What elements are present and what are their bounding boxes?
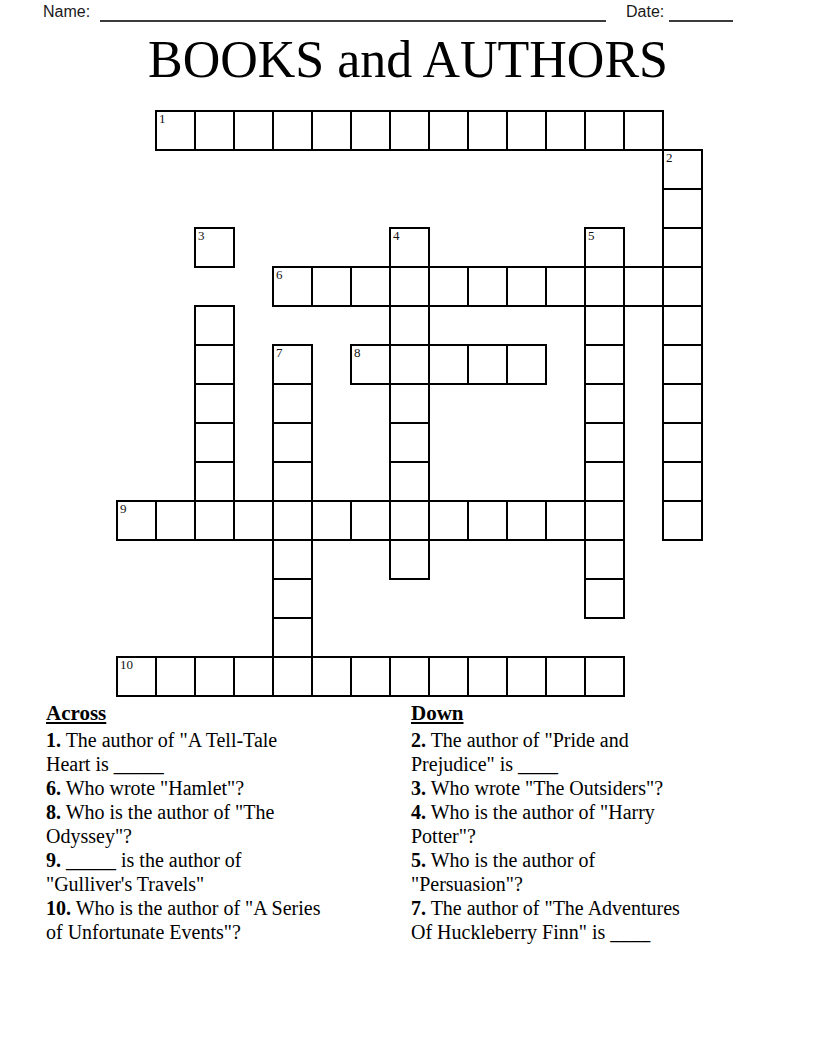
clue-down-7: 7. The author of "The Adventures Of Huck… — [411, 896, 773, 944]
grid-cell-r6c9[interactable] — [467, 344, 508, 385]
clue-number: 4. — [411, 801, 426, 823]
grid-cell-r14c6[interactable] — [350, 656, 391, 697]
grid-cell-r0c13[interactable] — [623, 110, 664, 151]
clue-text: Who is the author of "Harry Potter"? — [411, 801, 655, 847]
grid-cell-r0c1[interactable]: 1 — [155, 110, 196, 151]
grid-cell-r0c9[interactable] — [467, 110, 508, 151]
grid-cell-r8c12[interactable] — [584, 422, 625, 463]
clue-text: _____ is the author of "Gulliver's Trave… — [46, 849, 242, 895]
grid-cell-r11c12[interactable] — [584, 539, 625, 580]
clue-number: 3. — [411, 777, 426, 799]
clue-text: Who wrote "Hamlet"? — [66, 777, 245, 799]
grid-cell-r6c4[interactable]: 7 — [272, 344, 313, 385]
grid-cell-r8c2[interactable] — [194, 422, 235, 463]
across-heading: Across — [46, 701, 408, 725]
grid-cell-r2c14[interactable] — [662, 188, 703, 229]
cell-number-7: 7 — [276, 346, 283, 360]
clue-text: Who is the author of "Persuasion"? — [411, 849, 595, 895]
grid-cell-r4c7[interactable] — [389, 266, 430, 307]
clue-number: 10. — [46, 897, 71, 919]
clue-number: 2. — [411, 729, 426, 751]
clue-down-5: 5. Who is the author of "Persuasion"? — [411, 848, 773, 896]
page-title: BOOKS and AUTHORS — [0, 30, 816, 89]
grid-cell-r5c2[interactable] — [194, 305, 235, 346]
grid-cell-r14c1[interactable] — [155, 656, 196, 697]
grid-cell-r0c4[interactable] — [272, 110, 313, 151]
grid-cell-r0c6[interactable] — [350, 110, 391, 151]
grid-cell-r3c12[interactable]: 5 — [584, 227, 625, 268]
grid-cell-r4c11[interactable] — [545, 266, 586, 307]
grid-cell-r5c7[interactable] — [389, 305, 430, 346]
down-heading: Down — [411, 701, 773, 725]
grid-cell-r1c14[interactable]: 2 — [662, 149, 703, 190]
grid-cell-r5c14[interactable] — [662, 305, 703, 346]
grid-cell-r13c4[interactable] — [272, 617, 313, 658]
clue-down-3: 3. Who wrote "The Outsiders"? — [411, 776, 773, 800]
clue-across-10: 10. Who is the author of "A Series of Un… — [46, 896, 408, 944]
grid-cell-r4c4[interactable]: 6 — [272, 266, 313, 307]
grid-cell-r8c4[interactable] — [272, 422, 313, 463]
cell-number-2: 2 — [666, 151, 673, 165]
grid-cell-r0c8[interactable] — [428, 110, 469, 151]
grid-cell-r0c11[interactable] — [545, 110, 586, 151]
grid-cell-r7c7[interactable] — [389, 383, 430, 424]
grid-cell-r7c12[interactable] — [584, 383, 625, 424]
cell-number-5: 5 — [588, 229, 595, 243]
clue-text: Who is the author of "The Odyssey"? — [46, 801, 274, 847]
cell-number-8: 8 — [354, 346, 361, 360]
grid-cell-r10c7[interactable] — [389, 500, 430, 541]
grid-cell-r10c5[interactable] — [311, 500, 352, 541]
grid-cell-r14c5[interactable] — [311, 656, 352, 697]
across-clue-list: 1. The author of "A Tell-Tale Heart is _… — [46, 728, 408, 944]
grid-cell-r4c8[interactable] — [428, 266, 469, 307]
grid-cell-r3c2[interactable]: 3 — [194, 227, 235, 268]
clue-text: Who wrote "The Outsiders"? — [431, 777, 663, 799]
cell-number-4: 4 — [393, 229, 400, 243]
grid-cell-r10c9[interactable] — [467, 500, 508, 541]
grid-cell-r10c14[interactable] — [662, 500, 703, 541]
clue-text: The author of "The Adventures Of Huckleb… — [411, 897, 680, 943]
grid-cell-r0c12[interactable] — [584, 110, 625, 151]
grid-cell-r6c14[interactable] — [662, 344, 703, 385]
down-clues-section: Down 2. The author of "Pride and Prejudi… — [411, 701, 773, 944]
grid-cell-r8c7[interactable] — [389, 422, 430, 463]
grid-cell-r12c4[interactable] — [272, 578, 313, 619]
date-blank-line — [669, 5, 733, 22]
grid-cell-r10c1[interactable] — [155, 500, 196, 541]
grid-cell-r6c2[interactable] — [194, 344, 235, 385]
name-label: Name: — [43, 3, 90, 21]
grid-cell-r14c9[interactable] — [467, 656, 508, 697]
clue-text: The author of "A Tell-Tale Heart is ____… — [46, 729, 277, 775]
clue-across-8: 8. Who is the author of "The Odyssey"? — [46, 800, 408, 848]
grid-cell-r14c2[interactable] — [194, 656, 235, 697]
cell-number-10: 10 — [120, 658, 133, 672]
grid-cell-r4c5[interactable] — [311, 266, 352, 307]
grid-cell-r9c12[interactable] — [584, 461, 625, 502]
grid-cell-r10c12[interactable] — [584, 500, 625, 541]
grid-cell-r10c2[interactable] — [194, 500, 235, 541]
cell-number-1: 1 — [159, 112, 166, 126]
grid-cell-r4c14[interactable] — [662, 266, 703, 307]
grid-cell-r12c12[interactable] — [584, 578, 625, 619]
grid-cell-r0c3[interactable] — [233, 110, 274, 151]
grid-cell-r9c7[interactable] — [389, 461, 430, 502]
worksheet-page: Name: Date: BOOKS and AUTHORS 1234567891… — [0, 0, 816, 1056]
grid-cell-r0c7[interactable] — [389, 110, 430, 151]
grid-cell-r14c0[interactable]: 10 — [116, 656, 157, 697]
grid-cell-r6c12[interactable] — [584, 344, 625, 385]
clue-down-4: 4. Who is the author of "Harry Potter"? — [411, 800, 773, 848]
clue-number: 9. — [46, 849, 61, 871]
clue-down-2: 2. The author of "Pride and Prejudice" i… — [411, 728, 773, 776]
grid-cell-r10c6[interactable] — [350, 500, 391, 541]
grid-cell-r3c14[interactable] — [662, 227, 703, 268]
grid-cell-r6c6[interactable]: 8 — [350, 344, 391, 385]
grid-cell-r14c8[interactable] — [428, 656, 469, 697]
grid-cell-r14c10[interactable] — [506, 656, 547, 697]
grid-cell-r0c2[interactable] — [194, 110, 235, 151]
clue-text: The author of "Pride and Prejudice" is _… — [411, 729, 629, 775]
clue-number: 8. — [46, 801, 61, 823]
grid-cell-r4c13[interactable] — [623, 266, 664, 307]
clue-across-9: 9. _____ is the author of "Gulliver's Tr… — [46, 848, 408, 896]
grid-cell-r0c10[interactable] — [506, 110, 547, 151]
grid-cell-r10c3[interactable] — [233, 500, 274, 541]
grid-cell-r4c10[interactable] — [506, 266, 547, 307]
grid-cell-r5c12[interactable] — [584, 305, 625, 346]
grid-cell-r10c8[interactable] — [428, 500, 469, 541]
grid-cell-r10c10[interactable] — [506, 500, 547, 541]
grid-cell-r0c5[interactable] — [311, 110, 352, 151]
grid-cell-r6c7[interactable] — [389, 344, 430, 385]
grid-cell-r7c4[interactable] — [272, 383, 313, 424]
grid-cell-r10c11[interactable] — [545, 500, 586, 541]
crossword-grid: 12345678910 — [116, 110, 703, 697]
grid-cell-r3c7[interactable]: 4 — [389, 227, 430, 268]
clue-across-1: 1. The author of "A Tell-Tale Heart is _… — [46, 728, 408, 776]
grid-cell-r10c0[interactable]: 9 — [116, 500, 157, 541]
cell-number-3: 3 — [198, 229, 205, 243]
clue-across-6: 6. Who wrote "Hamlet"? — [46, 776, 408, 800]
down-clue-list: 2. The author of "Pride and Prejudice" i… — [411, 728, 773, 944]
grid-cell-r7c14[interactable] — [662, 383, 703, 424]
grid-cell-r4c9[interactable] — [467, 266, 508, 307]
grid-cell-r14c4[interactable] — [272, 656, 313, 697]
date-label: Date: — [626, 3, 664, 21]
clue-number: 6. — [46, 777, 61, 799]
across-clues-section: Across 1. The author of "A Tell-Tale Hea… — [46, 701, 408, 944]
grid-cell-r9c2[interactable] — [194, 461, 235, 502]
grid-cell-r9c14[interactable] — [662, 461, 703, 502]
cell-number-6: 6 — [276, 268, 283, 282]
grid-cell-r11c7[interactable] — [389, 539, 430, 580]
clue-number: 7. — [411, 897, 426, 919]
grid-cell-r14c3[interactable] — [233, 656, 274, 697]
grid-cell-r8c14[interactable] — [662, 422, 703, 463]
name-blank-line — [100, 5, 606, 22]
clue-number: 1. — [46, 729, 61, 751]
grid-cell-r10c4[interactable] — [272, 500, 313, 541]
grid-cell-r14c12[interactable] — [584, 656, 625, 697]
grid-cell-r14c11[interactable] — [545, 656, 586, 697]
grid-cell-r4c12[interactable] — [584, 266, 625, 307]
grid-cell-r4c6[interactable] — [350, 266, 391, 307]
cell-number-9: 9 — [120, 502, 127, 516]
grid-cell-r11c4[interactable] — [272, 539, 313, 580]
grid-cell-r6c8[interactable] — [428, 344, 469, 385]
clue-text: Who is the author of "A Series of Unfort… — [46, 897, 320, 943]
grid-cell-r6c10[interactable] — [506, 344, 547, 385]
grid-cell-r9c4[interactable] — [272, 461, 313, 502]
grid-cell-r14c7[interactable] — [389, 656, 430, 697]
grid-cell-r7c2[interactable] — [194, 383, 235, 424]
clue-number: 5. — [411, 849, 426, 871]
